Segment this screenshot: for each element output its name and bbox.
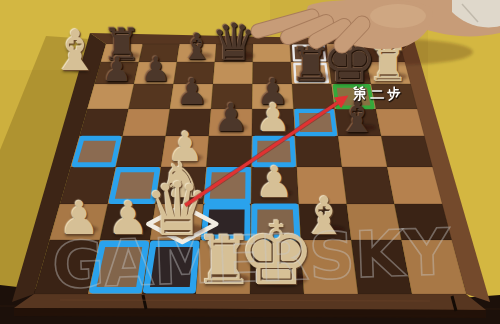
piece-white-pawn-b2[interactable]: ♟ xyxy=(108,195,149,241)
square-d4[interactable] xyxy=(206,136,252,167)
piece-white-pawn-a2[interactable]: ♟ xyxy=(59,195,100,241)
square-b4[interactable] xyxy=(116,136,166,167)
piece-black-rook-f7[interactable]: ♜ xyxy=(290,41,332,88)
square-h4[interactable] xyxy=(381,136,432,167)
piece-white-pawn-e3[interactable]: ♟ xyxy=(255,161,294,204)
legal-move-highlight-f5[interactable] xyxy=(297,111,335,134)
square-g2[interactable] xyxy=(347,204,402,240)
legal-move-highlight-d3[interactable] xyxy=(207,170,248,202)
piece-black-pawn-c6[interactable]: ♟ xyxy=(176,74,208,110)
square-h5[interactable] xyxy=(376,109,424,136)
piece-black-queen-d8[interactable]: ♛ xyxy=(211,17,257,68)
legal-move-highlight-b1[interactable] xyxy=(93,244,146,290)
piece-black-pawn-a7[interactable]: ♟ xyxy=(102,52,132,86)
game-scene: ♜♝♛♟♟♜♚♜♟♟♟♟♝♟♞♟♟♟♛♝♜♚♝ GAMERSKY 第二步 xyxy=(0,0,500,324)
square-h3[interactable] xyxy=(387,167,442,204)
piece-black-bishop-c8[interactable]: ♝ xyxy=(181,29,213,65)
square-f4[interactable] xyxy=(295,136,342,167)
square-h2[interactable] xyxy=(394,204,451,240)
piece-white-rook-h7[interactable]: ♜ xyxy=(367,41,409,88)
square-a5[interactable] xyxy=(80,109,129,136)
square-e8[interactable] xyxy=(253,44,291,62)
square-g3[interactable] xyxy=(342,167,394,204)
legal-move-highlight-a4[interactable] xyxy=(74,138,119,165)
piece-black-pawn-d5[interactable]: ♟ xyxy=(213,98,248,137)
piece-black-pawn-b7[interactable]: ♟ xyxy=(141,52,171,86)
piece-white-king-e1[interactable]: ♚ xyxy=(237,211,315,298)
captured-piece-white-bishop-offboard: ♝ xyxy=(50,23,100,79)
piece-white-pawn-e5[interactable]: ♟ xyxy=(256,98,291,137)
square-b5[interactable] xyxy=(123,109,170,136)
step-annotation: 第二步 xyxy=(351,85,403,103)
